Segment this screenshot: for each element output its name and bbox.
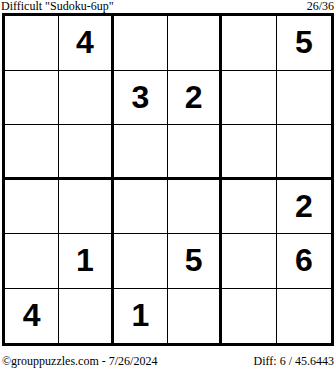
- header: Difficult "Sudoku-6up" 26/36: [0, 0, 336, 13]
- cell-empty-r4c4[interactable]: [168, 180, 222, 235]
- cell-given-r4c6: 2: [277, 180, 331, 235]
- cell-given-r2c4: 2: [168, 71, 222, 126]
- cell-empty-r2c1[interactable]: [5, 71, 59, 126]
- footer: ©grouppuzzles.com - 7/26/2024 Diff: 6 / …: [0, 355, 336, 368]
- cell-empty-r3c1[interactable]: [5, 125, 59, 180]
- cell-empty-r3c2[interactable]: [59, 125, 113, 180]
- cell-empty-r4c3[interactable]: [114, 180, 168, 235]
- cell-empty-r3c3[interactable]: [114, 125, 168, 180]
- cell-given-r1c6: 5: [277, 16, 331, 71]
- cell-empty-r5c5[interactable]: [222, 234, 276, 289]
- cell-given-r5c6: 6: [277, 234, 331, 289]
- cell-empty-r3c4[interactable]: [168, 125, 222, 180]
- cell-given-r6c1: 4: [5, 289, 59, 344]
- cell-empty-r3c5[interactable]: [222, 125, 276, 180]
- cell-empty-r4c1[interactable]: [5, 180, 59, 235]
- cell-empty-r1c1[interactable]: [5, 16, 59, 71]
- cell-given-r5c4: 5: [168, 234, 222, 289]
- cell-given-r5c2: 1: [59, 234, 113, 289]
- cell-empty-r6c5[interactable]: [222, 289, 276, 344]
- cell-given-r6c3: 1: [114, 289, 168, 344]
- cell-empty-r2c2[interactable]: [59, 71, 113, 126]
- cell-empty-r1c5[interactable]: [222, 16, 276, 71]
- progress-counter: 26/36: [307, 0, 334, 12]
- cell-empty-r2c5[interactable]: [222, 71, 276, 126]
- cell-empty-r5c1[interactable]: [5, 234, 59, 289]
- difficulty-text: Diff: 6 / 45.6443: [254, 355, 334, 368]
- cell-empty-r1c3[interactable]: [114, 16, 168, 71]
- copyright-text: ©grouppuzzles.com - 7/26/2024: [2, 355, 157, 368]
- cell-empty-r4c5[interactable]: [222, 180, 276, 235]
- cell-given-r2c3: 3: [114, 71, 168, 126]
- cell-empty-r3c6[interactable]: [277, 125, 331, 180]
- cell-empty-r6c2[interactable]: [59, 289, 113, 344]
- cell-given-r1c2: 4: [59, 16, 113, 71]
- cell-empty-r5c3[interactable]: [114, 234, 168, 289]
- cell-empty-r6c6[interactable]: [277, 289, 331, 344]
- cell-empty-r4c2[interactable]: [59, 180, 113, 235]
- puzzle-title: Difficult "Sudoku-6up": [1, 0, 114, 12]
- cell-empty-r2c6[interactable]: [277, 71, 331, 126]
- cell-empty-r1c4[interactable]: [168, 16, 222, 71]
- sudoku-grid: 4532215641: [2, 13, 334, 346]
- cell-empty-r6c4[interactable]: [168, 289, 222, 344]
